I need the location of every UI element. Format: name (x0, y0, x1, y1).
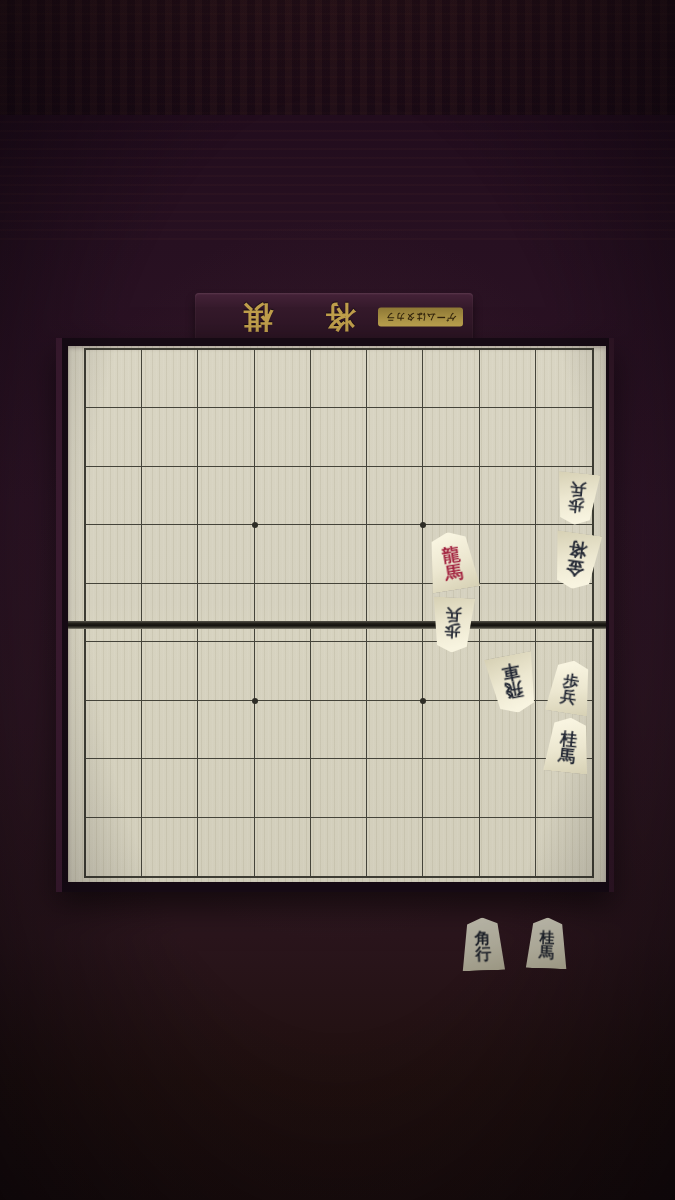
koma-kanji: 将 (567, 539, 587, 560)
koma-kanji: 馬 (557, 747, 576, 766)
shogi-photo: ゲームはタカラ 将棋 歩兵金将龍馬歩兵飛車歩兵桂馬角行桂馬 (0, 0, 675, 1200)
fold-seam (68, 621, 606, 629)
koma-kanji: 兵 (559, 688, 577, 707)
koma-kanji: 兵 (445, 606, 462, 623)
koma-kanji: 兵 (569, 480, 587, 498)
vignette (0, 0, 675, 1200)
koma-kanji: 馬 (444, 563, 465, 584)
koma-kanji: 馬 (539, 945, 555, 961)
koma-kanji: 行 (475, 946, 492, 963)
koma-kanji: 車 (500, 661, 521, 682)
